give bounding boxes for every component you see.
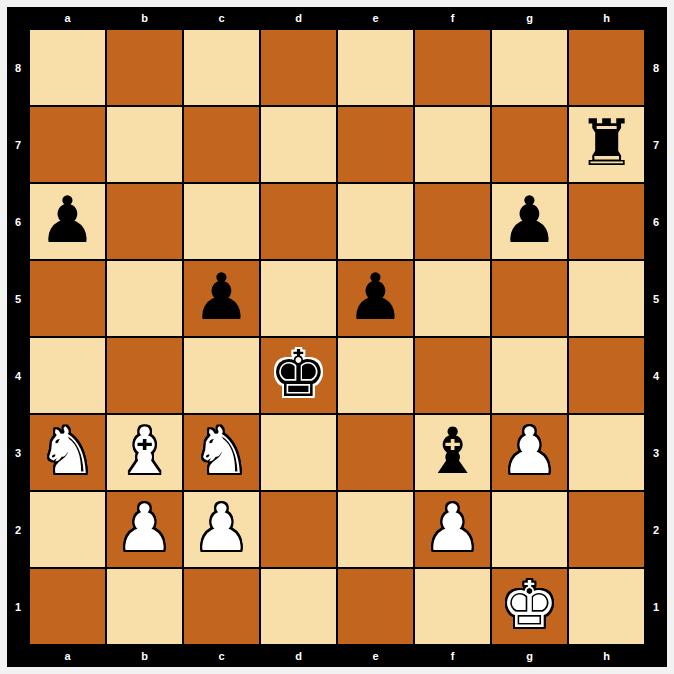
rank-label-6: 6 <box>645 183 667 260</box>
square-h2[interactable] <box>568 491 645 568</box>
square-h4[interactable] <box>568 337 645 414</box>
square-d7[interactable] <box>260 106 337 183</box>
piece-black-bishop: ♝ <box>424 419 481 483</box>
rank-label-2: 2 <box>7 491 29 568</box>
piece-white-bishop: ♝ <box>116 419 173 483</box>
square-h6[interactable] <box>568 183 645 260</box>
square-e3[interactable] <box>337 414 414 491</box>
square-h8[interactable] <box>568 29 645 106</box>
rank-label-7: 7 <box>7 106 29 183</box>
rank-label-2: 2 <box>645 491 667 568</box>
file-label-c: c <box>183 645 260 667</box>
file-label-a: a <box>29 7 106 29</box>
square-g3[interactable]: ♟ <box>491 414 568 491</box>
square-a8[interactable] <box>29 29 106 106</box>
square-b4[interactable] <box>106 337 183 414</box>
piece-white-pawn: ♟ <box>116 496 173 560</box>
file-label-e: e <box>337 645 414 667</box>
square-b5[interactable] <box>106 260 183 337</box>
square-a5[interactable] <box>29 260 106 337</box>
file-label-e: e <box>337 7 414 29</box>
rank-label-4: 4 <box>645 337 667 414</box>
file-label-g: g <box>491 7 568 29</box>
file-label-b: b <box>106 645 183 667</box>
square-a3[interactable]: ♞ <box>29 414 106 491</box>
square-c4[interactable] <box>183 337 260 414</box>
square-b2[interactable]: ♟ <box>106 491 183 568</box>
rank-label-1: 1 <box>7 568 29 645</box>
square-f8[interactable] <box>414 29 491 106</box>
file-labels-bottom: abcdefgh <box>29 645 645 667</box>
chess-board: ♜♟♟♟♟♚♞♝♞♝♟♟♟♟♚ <box>29 29 645 645</box>
file-labels-top: abcdefgh <box>29 7 645 29</box>
square-e6[interactable] <box>337 183 414 260</box>
square-g8[interactable] <box>491 29 568 106</box>
square-d4[interactable]: ♚ <box>260 337 337 414</box>
square-e1[interactable] <box>337 568 414 645</box>
square-h1[interactable] <box>568 568 645 645</box>
rank-label-8: 8 <box>7 29 29 106</box>
square-c8[interactable] <box>183 29 260 106</box>
rank-label-5: 5 <box>645 260 667 337</box>
rank-labels-left: 87654321 <box>7 29 29 645</box>
square-e2[interactable] <box>337 491 414 568</box>
square-g2[interactable] <box>491 491 568 568</box>
square-b3[interactable]: ♝ <box>106 414 183 491</box>
square-e8[interactable] <box>337 29 414 106</box>
piece-white-knight: ♞ <box>39 419 96 483</box>
piece-black-pawn: ♟ <box>347 265 404 329</box>
piece-white-pawn: ♟ <box>193 496 250 560</box>
square-a7[interactable] <box>29 106 106 183</box>
rank-label-5: 5 <box>7 260 29 337</box>
piece-black-pawn: ♟ <box>501 188 558 252</box>
file-label-h: h <box>568 645 645 667</box>
rank-label-3: 3 <box>645 414 667 491</box>
square-f1[interactable] <box>414 568 491 645</box>
file-label-c: c <box>183 7 260 29</box>
rank-labels-right: 87654321 <box>645 29 667 645</box>
square-c2[interactable]: ♟ <box>183 491 260 568</box>
square-c5[interactable]: ♟ <box>183 260 260 337</box>
piece-white-king: ♚ <box>501 573 558 637</box>
frame-corner <box>7 7 29 29</box>
square-f4[interactable] <box>414 337 491 414</box>
square-d1[interactable] <box>260 568 337 645</box>
square-f7[interactable] <box>414 106 491 183</box>
square-e7[interactable] <box>337 106 414 183</box>
square-h5[interactable] <box>568 260 645 337</box>
square-g1[interactable]: ♚ <box>491 568 568 645</box>
square-f3[interactable]: ♝ <box>414 414 491 491</box>
square-g6[interactable]: ♟ <box>491 183 568 260</box>
chess-board-frame: abcdefgh 87654321 ♜♟♟♟♟♚♞♝♞♝♟♟♟♟♚ 876543… <box>7 7 667 667</box>
piece-black-pawn: ♟ <box>193 265 250 329</box>
square-b8[interactable] <box>106 29 183 106</box>
square-a2[interactable] <box>29 491 106 568</box>
square-f2[interactable]: ♟ <box>414 491 491 568</box>
file-label-h: h <box>568 7 645 29</box>
file-label-b: b <box>106 7 183 29</box>
file-label-g: g <box>491 645 568 667</box>
rank-label-6: 6 <box>7 183 29 260</box>
square-f5[interactable] <box>414 260 491 337</box>
piece-white-pawn: ♟ <box>424 496 481 560</box>
square-a1[interactable] <box>29 568 106 645</box>
square-a4[interactable] <box>29 337 106 414</box>
rank-label-4: 4 <box>7 337 29 414</box>
square-b1[interactable] <box>106 568 183 645</box>
square-d6[interactable] <box>260 183 337 260</box>
square-a6[interactable]: ♟ <box>29 183 106 260</box>
square-h3[interactable] <box>568 414 645 491</box>
square-c3[interactable]: ♞ <box>183 414 260 491</box>
square-b7[interactable] <box>106 106 183 183</box>
file-label-d: d <box>260 645 337 667</box>
file-label-d: d <box>260 7 337 29</box>
square-d2[interactable] <box>260 491 337 568</box>
piece-white-knight: ♞ <box>193 419 250 483</box>
piece-black-rook: ♜ <box>578 111 635 175</box>
square-e5[interactable]: ♟ <box>337 260 414 337</box>
page-background: abcdefgh 87654321 ♜♟♟♟♟♚♞♝♞♝♟♟♟♟♚ 876543… <box>0 0 674 674</box>
rank-label-3: 3 <box>7 414 29 491</box>
rank-label-8: 8 <box>645 29 667 106</box>
frame-corner <box>645 645 667 667</box>
square-f6[interactable] <box>414 183 491 260</box>
square-h7[interactable]: ♜ <box>568 106 645 183</box>
square-g7[interactable] <box>491 106 568 183</box>
frame-corner <box>7 645 29 667</box>
piece-black-pawn: ♟ <box>39 188 96 252</box>
rank-label-1: 1 <box>645 568 667 645</box>
file-label-a: a <box>29 645 106 667</box>
file-label-f: f <box>414 645 491 667</box>
rank-label-7: 7 <box>645 106 667 183</box>
square-g4[interactable] <box>491 337 568 414</box>
frame-corner <box>645 7 667 29</box>
square-d3[interactable] <box>260 414 337 491</box>
square-g5[interactable] <box>491 260 568 337</box>
square-c7[interactable] <box>183 106 260 183</box>
square-b6[interactable] <box>106 183 183 260</box>
square-d5[interactable] <box>260 260 337 337</box>
piece-white-pawn: ♟ <box>501 419 558 483</box>
file-label-f: f <box>414 7 491 29</box>
piece-black-king: ♚ <box>270 342 327 406</box>
square-c1[interactable] <box>183 568 260 645</box>
square-c6[interactable] <box>183 183 260 260</box>
square-e4[interactable] <box>337 337 414 414</box>
square-d8[interactable] <box>260 29 337 106</box>
